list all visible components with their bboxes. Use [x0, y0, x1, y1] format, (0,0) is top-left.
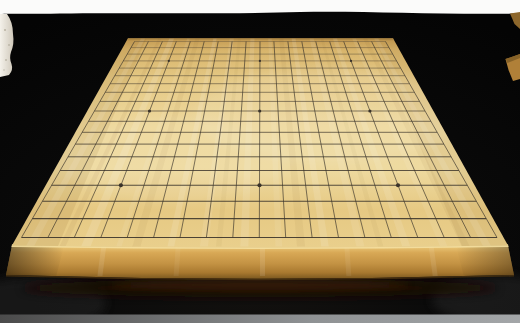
wrapped-object-body [0, 14, 13, 77]
bottom-grey-band [0, 315, 520, 323]
wrapped-object-speckle [3, 69, 5, 71]
sheen-highlight [60, 118, 290, 202]
front-grain-streak [260, 246, 265, 276]
hoshi-point [259, 60, 261, 62]
hoshi-point [396, 183, 400, 187]
front-shade-left [6, 246, 64, 278]
hoshi-point [350, 60, 352, 62]
hoshi-point [368, 109, 371, 112]
hoshi-point [148, 109, 151, 112]
board-reflection-warm [110, 280, 410, 291]
top-white-band [0, 0, 520, 14]
wrapped-object [0, 14, 13, 77]
front-shade-right [456, 246, 514, 278]
scene [0, 0, 520, 323]
hoshi-point [257, 183, 261, 187]
wrapped-object-speckle [4, 29, 6, 31]
hoshi-point [119, 183, 123, 187]
wrapped-object-speckle [5, 59, 7, 61]
wrapped-object-speckle [8, 44, 10, 46]
hoshi-point [168, 60, 170, 62]
product-photo-scene [0, 0, 520, 323]
hoshi-point [258, 109, 261, 112]
